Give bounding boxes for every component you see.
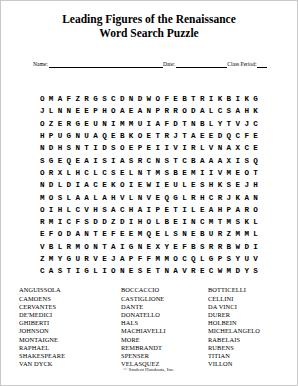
- word-list-item: MICHELANGELO: [208, 327, 297, 335]
- grid-cell: Q: [100, 130, 109, 142]
- grid-cell: R: [64, 118, 73, 130]
- grid-cell: N: [64, 105, 73, 117]
- grid-cell: F: [64, 93, 73, 105]
- grid-cell: I: [180, 142, 189, 154]
- grid-cell: V: [118, 191, 127, 203]
- grid-cell: E: [233, 167, 242, 179]
- title-line-1: Leading Figures of the Renaissance: [1, 12, 297, 26]
- grid-cell: S: [56, 265, 65, 277]
- grid-cell: P: [153, 204, 162, 216]
- grid-cell: B: [189, 154, 198, 166]
- grid-cell: H: [109, 191, 118, 203]
- grid-cell: P: [153, 105, 162, 117]
- grid-cell: R: [171, 105, 180, 117]
- grid-cell: K: [233, 191, 242, 203]
- grid-cell: E: [171, 216, 180, 228]
- grid-cell: I: [144, 204, 153, 216]
- grid-cell: L: [64, 167, 73, 179]
- grid-cell: E: [136, 179, 145, 191]
- grid-cell: E: [144, 265, 153, 277]
- grid-cell: E: [100, 179, 109, 191]
- grid-cell: L: [207, 105, 216, 117]
- grid-cell: B: [224, 241, 233, 253]
- grid-cell: E: [144, 241, 153, 253]
- grid-cell: P: [224, 204, 233, 216]
- grid-cell: C: [118, 204, 127, 216]
- grid-cell: O: [38, 118, 47, 130]
- grid-cell: A: [216, 154, 225, 166]
- grid-cell: O: [136, 130, 145, 142]
- grid-cell: C: [207, 265, 216, 277]
- grid-cell: Q: [251, 154, 260, 166]
- grid-cell: N: [136, 167, 145, 179]
- grid-cell: J: [242, 179, 251, 191]
- word-list-item: MACHIAVELLI: [121, 327, 208, 335]
- grid-cell: E: [82, 118, 91, 130]
- grid-cell: I: [73, 265, 82, 277]
- grid-cell: E: [189, 179, 198, 191]
- grid-cell: G: [64, 253, 73, 265]
- grid-cell: N: [189, 118, 198, 130]
- grid-cell: I: [180, 216, 189, 228]
- grid-cell: I: [180, 204, 189, 216]
- grid-cell: C: [100, 167, 109, 179]
- grid-cell: G: [64, 130, 73, 142]
- grid-cell: E: [56, 118, 65, 130]
- grid-cell: H: [207, 179, 216, 191]
- grid-cell: M: [233, 228, 242, 240]
- grid-cell: L: [64, 204, 73, 216]
- grid-cell: K: [242, 93, 251, 105]
- grid-cell: H: [56, 142, 65, 154]
- grid-cell: T: [171, 204, 180, 216]
- grid-cell: P: [136, 142, 145, 154]
- grid-cell: I: [144, 118, 153, 130]
- word-list-item: RUBENS: [208, 344, 297, 352]
- grid-cell: I: [153, 142, 162, 154]
- grid-cell: H: [56, 204, 65, 216]
- word-list-item: RAPHAEL: [19, 344, 121, 352]
- grid-cell: C: [91, 179, 100, 191]
- grid-cell: D: [118, 216, 127, 228]
- grid-cell: E: [118, 167, 127, 179]
- grid-cell: A: [198, 105, 207, 117]
- grid-cell: I: [73, 179, 82, 191]
- grid-cell: S: [198, 179, 207, 191]
- grid-cell: J: [224, 191, 233, 203]
- grid-cell: O: [118, 179, 127, 191]
- grid-cell: F: [180, 241, 189, 253]
- grid-cell: A: [82, 179, 91, 191]
- word-list-item: BOCCACCIO: [121, 286, 208, 294]
- grid-cell: S: [56, 191, 65, 203]
- grid-cell: A: [136, 204, 145, 216]
- grid-cell: N: [73, 142, 82, 154]
- grid-cell: E: [180, 167, 189, 179]
- grid-cell: H: [73, 167, 82, 179]
- word-list-item: DANTE: [121, 303, 208, 311]
- grid-cell: G: [171, 191, 180, 203]
- word-list-item: CERVANTES: [19, 303, 121, 311]
- grid-cell: I: [162, 142, 171, 154]
- grid-cell: L: [64, 191, 73, 203]
- grid-cell: X: [233, 142, 242, 154]
- grid-cell: H: [216, 204, 225, 216]
- page-title: Leading Figures of the Renaissance Word …: [1, 12, 297, 40]
- grid-cell: L: [153, 216, 162, 228]
- grid-cell: Z: [38, 253, 47, 265]
- grid-cell: R: [216, 241, 225, 253]
- grid-cell: D: [91, 216, 100, 228]
- grid-cell: P: [216, 253, 225, 265]
- grid-cell: A: [198, 154, 207, 166]
- grid-cell: E: [118, 228, 127, 240]
- grid-cell: T: [64, 265, 73, 277]
- grid-cell: O: [153, 93, 162, 105]
- word-list-item: DE'MEDICI: [19, 311, 121, 319]
- word-list-item: GHIBERTI: [19, 319, 121, 327]
- grid-cell: W: [144, 93, 153, 105]
- grid-cell: E: [233, 179, 242, 191]
- grid-cell: L: [162, 228, 171, 240]
- grid-cell: Z: [73, 93, 82, 105]
- grid-cell: B: [224, 93, 233, 105]
- grid-cell: A: [233, 204, 242, 216]
- grid-cell: R: [64, 241, 73, 253]
- grid-cell: E: [127, 228, 136, 240]
- grid-cell: M: [73, 241, 82, 253]
- grid-cell: E: [171, 241, 180, 253]
- grid-cell: O: [180, 105, 189, 117]
- name-blank-line: [49, 61, 163, 68]
- grid-cell: O: [242, 167, 251, 179]
- grid-cell: X: [224, 154, 233, 166]
- grid-cell: I: [127, 179, 136, 191]
- word-list: ANGUISSOLACAMOENSCERVANTESDE'MEDICIGHIBE…: [19, 286, 297, 368]
- grid-cell: L: [198, 253, 207, 265]
- grid-cell: L: [180, 179, 189, 191]
- word-list-item: DA VINCI: [208, 303, 297, 311]
- grid-cell: Q: [144, 228, 153, 240]
- grid-cell: I: [56, 216, 65, 228]
- word-list-item: MONTAIGNE: [19, 336, 121, 344]
- grid-cell: M: [189, 167, 198, 179]
- word-list-item: BOTTICELLI: [208, 286, 297, 294]
- grid-cell: J: [171, 130, 180, 142]
- grid-cell: M: [224, 265, 233, 277]
- grid-cell: C: [109, 93, 118, 105]
- word-list-item: HOLBEIN: [208, 319, 297, 327]
- grid-cell: Z: [224, 228, 233, 240]
- date-label: Date:: [163, 61, 176, 68]
- grid-cell: R: [189, 142, 198, 154]
- grid-cell: G: [127, 241, 136, 253]
- grid-cell: O: [118, 142, 127, 154]
- word-column-1: ANGUISSOLACAMOENSCERVANTESDE'MEDICIGHIBE…: [19, 286, 121, 368]
- grid-cell: V: [91, 253, 100, 265]
- grid-cell: A: [56, 93, 65, 105]
- grid-cell: E: [198, 204, 207, 216]
- grid-cell: M: [224, 216, 233, 228]
- grid-cell: G: [47, 154, 56, 166]
- grid-cell: E: [189, 228, 198, 240]
- grid-cell: L: [180, 191, 189, 203]
- grid-cell: B: [189, 241, 198, 253]
- grid-cell: N: [144, 105, 153, 117]
- grid-cell: B: [162, 216, 171, 228]
- grid-cell: D: [242, 241, 251, 253]
- grid-cell: C: [82, 167, 91, 179]
- grid-cell: W: [233, 241, 242, 253]
- grid-cell: B: [180, 93, 189, 105]
- grid-cell: E: [162, 179, 171, 191]
- grid-cell: J: [109, 253, 118, 265]
- grid-cell: Y: [233, 253, 242, 265]
- word-list-item: RABELAIS: [208, 336, 297, 344]
- word-list-item: CAMOENS: [19, 295, 121, 303]
- grid-cell: V: [38, 241, 47, 253]
- grid-cell: O: [38, 204, 47, 216]
- grid-cell: V: [171, 142, 180, 154]
- grid-cell: R: [216, 228, 225, 240]
- grid-cell: T: [180, 130, 189, 142]
- grid-cell: S: [198, 241, 207, 253]
- grid-cell: H: [91, 204, 100, 216]
- grid-cell: F: [109, 228, 118, 240]
- grid-cell: E: [251, 130, 260, 142]
- word-list-item: REMBRANDT: [121, 344, 208, 352]
- grid-cell: L: [207, 118, 216, 130]
- grid-cell: N: [38, 142, 47, 154]
- grid-cell: N: [136, 191, 145, 203]
- grid-cell: S: [100, 204, 109, 216]
- grid-cell: A: [109, 204, 118, 216]
- grid-cell: T: [189, 93, 198, 105]
- grid-cell: V: [251, 253, 260, 265]
- grid-cell: S: [64, 142, 73, 154]
- grid-cell: R: [207, 241, 216, 253]
- grid-cell: D: [64, 228, 73, 240]
- grid-cell: E: [153, 228, 162, 240]
- grid-cell: H: [198, 191, 207, 203]
- grid-cell: L: [251, 228, 260, 240]
- grid-cell: Z: [109, 216, 118, 228]
- word-list-item: DONATELLO: [121, 311, 208, 319]
- grid-cell: O: [109, 105, 118, 117]
- grid-cell: S: [162, 154, 171, 166]
- grid-cell: D: [47, 179, 56, 191]
- grid-cell: D: [64, 179, 73, 191]
- grid-cell: S: [136, 265, 145, 277]
- grid-cell: F: [73, 216, 82, 228]
- word-list-item: HALS: [121, 319, 208, 327]
- grid-cell: L: [91, 265, 100, 277]
- grid-cell: T: [153, 265, 162, 277]
- class-period-label: Class Period:: [227, 61, 257, 68]
- grid-cell: U: [73, 253, 82, 265]
- grid-cell: S: [224, 179, 233, 191]
- grid-cell: X: [56, 167, 65, 179]
- title-line-2: Word Search Puzzle: [1, 26, 297, 40]
- grid-cell: S: [224, 253, 233, 265]
- grid-cell: C: [73, 204, 82, 216]
- grid-cell: E: [198, 265, 207, 277]
- grid-cell: R: [162, 105, 171, 117]
- date-blank-line: [176, 61, 227, 68]
- word-list-item: CELLINI: [208, 295, 297, 303]
- grid-cell: S: [171, 228, 180, 240]
- grid-cell: A: [91, 130, 100, 142]
- grid-cell: I: [109, 154, 118, 166]
- grid-cell: A: [82, 191, 91, 203]
- grid-cell: C: [233, 130, 242, 142]
- grid-cell: C: [180, 154, 189, 166]
- grid-cell: F: [242, 130, 251, 142]
- grid-cell: O: [109, 265, 118, 277]
- grid-cell: I: [109, 118, 118, 130]
- grid-cell: E: [56, 154, 65, 166]
- word-list-item: SHAKESPEARE: [19, 352, 121, 360]
- grid-cell: S: [82, 216, 91, 228]
- word-list-item: SPENSER: [121, 352, 208, 360]
- grid-cell: L: [198, 142, 207, 154]
- grid-cell: E: [100, 253, 109, 265]
- grid-cell: E: [207, 130, 216, 142]
- grid-cell: L: [56, 241, 65, 253]
- grid-cell: E: [38, 228, 47, 240]
- grid-cell: R: [189, 191, 198, 203]
- grid-cell: A: [118, 105, 127, 117]
- grid-cell: Y: [242, 265, 251, 277]
- grid-cell: N: [73, 130, 82, 142]
- grid-cell: L: [47, 105, 56, 117]
- grid-cell: H: [127, 204, 136, 216]
- grid-cell: C: [216, 105, 225, 117]
- grid-cell: U: [91, 118, 100, 130]
- grid-cell: D: [216, 130, 225, 142]
- grid-cell: R: [162, 130, 171, 142]
- grid-cell: I: [251, 241, 260, 253]
- grid-cell: B: [198, 228, 207, 240]
- grid-cell: W: [216, 265, 225, 277]
- header-fields: Name: Date: Class Period:: [33, 61, 267, 68]
- grid-cell: T: [224, 118, 233, 130]
- grid-cell: A: [82, 154, 91, 166]
- grid-cell: C: [144, 154, 153, 166]
- grid-cell: T: [171, 154, 180, 166]
- grid-cell: S: [251, 265, 260, 277]
- grid-cell: F: [136, 253, 145, 265]
- word-list-item: MORE: [121, 336, 208, 344]
- grid-cell: E: [198, 130, 207, 142]
- grid-cell: B: [118, 130, 127, 142]
- grid-cell: H: [38, 130, 47, 142]
- grid-cell: A: [171, 265, 180, 277]
- grid-cell: R: [82, 253, 91, 265]
- grid-cell: T: [216, 216, 225, 228]
- grid-cell: M: [136, 228, 145, 240]
- grid-cell: A: [224, 142, 233, 154]
- grid-cell: O: [171, 253, 180, 265]
- grid-cell: K: [251, 105, 260, 117]
- grid-cell: C: [64, 216, 73, 228]
- grid-cell: E: [109, 130, 118, 142]
- grid-cell: N: [127, 93, 136, 105]
- grid-cell: R: [136, 154, 145, 166]
- grid-cell: U: [82, 130, 91, 142]
- grid-cell: P: [127, 253, 136, 265]
- grid-cell: A: [189, 130, 198, 142]
- grid-cell: D: [189, 105, 198, 117]
- grid-cell: J: [242, 118, 251, 130]
- grid-cell: V: [180, 265, 189, 277]
- grid-cell: I: [153, 179, 162, 191]
- grid-cell: D: [136, 93, 145, 105]
- grid-cell: N: [216, 142, 225, 154]
- grid-cell: F: [144, 253, 153, 265]
- grid-cell: L: [127, 191, 136, 203]
- grid-cell: N: [82, 228, 91, 240]
- grid-cell: V: [233, 118, 242, 130]
- grid-cell: O: [38, 93, 47, 105]
- grid-cell: J: [38, 105, 47, 117]
- grid-cell: S: [127, 154, 136, 166]
- grid-cell: O: [38, 167, 47, 179]
- grid-cell: N: [162, 265, 171, 277]
- grid-cell: C: [198, 216, 207, 228]
- grid-cell: K: [216, 179, 225, 191]
- grid-cell: P: [47, 130, 56, 142]
- grid-cell: M: [118, 118, 127, 130]
- grid-cell: F: [47, 228, 56, 240]
- word-list-item: DURER: [208, 311, 297, 319]
- grid-cell: R: [242, 204, 251, 216]
- grid-cell: O: [47, 191, 56, 203]
- grid-cell: K: [109, 179, 118, 191]
- grid-cell: I: [118, 241, 127, 253]
- grid-cell: W: [144, 179, 153, 191]
- grid-cell: V: [144, 191, 153, 203]
- grid-cell: D: [100, 142, 109, 154]
- grid-cell: F: [162, 93, 171, 105]
- grid-cell: A: [47, 265, 56, 277]
- grid-cell: K: [127, 130, 136, 142]
- word-column-3: BOTTICELLICELLINIDA VINCIDURERHOLBEINMIC…: [208, 286, 297, 368]
- grid-cell: A: [118, 253, 127, 265]
- grid-cell: A: [153, 118, 162, 130]
- grid-cell: I: [207, 93, 216, 105]
- grid-cell: L: [91, 191, 100, 203]
- grid-cell: Y: [216, 118, 225, 130]
- grid-cell: V: [82, 204, 91, 216]
- grid-cell: I: [91, 154, 100, 166]
- grid-cell: R: [216, 191, 225, 203]
- grid-cell: M: [38, 191, 47, 203]
- grid-cell: G: [82, 265, 91, 277]
- grid-cell: A: [73, 191, 82, 203]
- grid-cell: L: [56, 179, 65, 191]
- grid-cell: Q: [189, 253, 198, 265]
- grid-cell: M: [153, 167, 162, 179]
- grid-cell: D: [47, 142, 56, 154]
- grid-cell: O: [56, 228, 65, 240]
- copyright-footer: © Student Handouts, Inc.: [1, 367, 297, 372]
- grid-cell: C: [180, 253, 189, 265]
- grid-cell: Q: [64, 154, 73, 166]
- grid-cell: E: [162, 204, 171, 216]
- grid-cell: Z: [47, 118, 56, 130]
- word-search-grid: OMAFZRGSCDNDWOFEBTRIKBIKGJLNNEEPHOAEANPR…: [38, 93, 261, 277]
